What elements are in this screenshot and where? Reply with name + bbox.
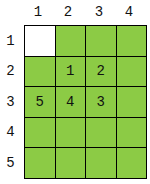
cell-r1c3[interactable] [86, 26, 116, 56]
cell-r3c3[interactable]: 3 [86, 87, 116, 117]
cell-r1c4[interactable] [117, 26, 147, 56]
cell-r2c2[interactable]: 1 [56, 57, 86, 87]
col-label-1: 1 [23, 2, 53, 22]
row-label-2: 2 [0, 56, 21, 86]
cell-r4c1[interactable] [25, 118, 55, 148]
cell-r4c4[interactable] [117, 118, 147, 148]
row-label-5: 5 [0, 148, 21, 178]
cell-r4c2[interactable] [56, 118, 86, 148]
cell-r5c2[interactable] [56, 148, 86, 178]
cell-r3c1[interactable]: 5 [25, 87, 55, 117]
cell-r5c4[interactable] [117, 148, 147, 178]
row-label-1: 1 [0, 26, 21, 56]
cell-r2c1[interactable] [25, 57, 55, 87]
board-grid: 12543 [24, 25, 147, 179]
cell-r2c3[interactable]: 2 [86, 57, 116, 87]
cell-r1c2[interactable] [56, 26, 86, 56]
cell-r5c1[interactable] [25, 148, 55, 178]
col-label-4: 4 [114, 2, 144, 22]
cell-r5c3[interactable] [86, 148, 116, 178]
col-label-2: 2 [53, 2, 83, 22]
col-label-3: 3 [84, 2, 114, 22]
cell-r3c4[interactable] [117, 87, 147, 117]
cell-r1c1[interactable] [25, 26, 55, 56]
cell-r4c3[interactable] [86, 118, 116, 148]
row-label-3: 3 [0, 87, 21, 117]
row-label-4: 4 [0, 117, 21, 147]
cell-r3c2[interactable]: 4 [56, 87, 86, 117]
cell-r2c4[interactable] [117, 57, 147, 87]
